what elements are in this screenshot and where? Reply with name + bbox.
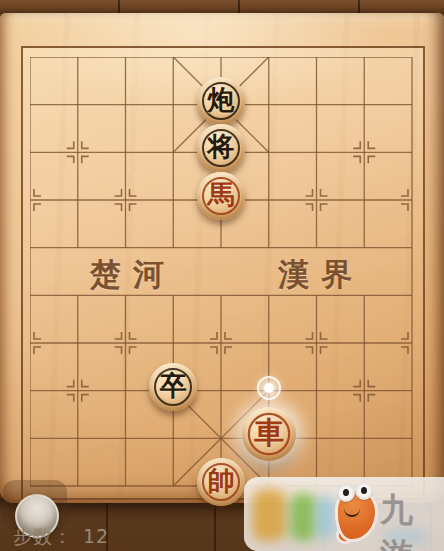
black-general[interactable]: 将 bbox=[197, 124, 245, 172]
piece-glyph: 馬 bbox=[197, 172, 245, 220]
step-counter-label: 步数： bbox=[13, 525, 73, 547]
move-indicator-dot[interactable] bbox=[264, 383, 274, 393]
red-horse[interactable]: 馬 bbox=[197, 172, 245, 220]
piece-glyph: 帥 bbox=[197, 458, 245, 506]
watermark-blur-yellow bbox=[252, 489, 286, 541]
red-chariot[interactable]: 車 bbox=[242, 407, 296, 461]
step-counter: 步数：12 bbox=[13, 524, 109, 550]
black-soldier[interactable]: 卒 bbox=[149, 363, 197, 411]
river-label-han-jie: 漢界 bbox=[255, 254, 375, 296]
jiuyou-mascot-icon bbox=[330, 482, 378, 542]
piece-glyph: 車 bbox=[242, 407, 296, 461]
piece-glyph: 炮 bbox=[197, 77, 245, 125]
table-wood-top bbox=[0, 0, 444, 14]
step-counter-value: 12 bbox=[83, 525, 109, 547]
black-cannon[interactable]: 炮 bbox=[197, 77, 245, 125]
captured-piece-tray bbox=[3, 480, 67, 530]
watermark-blur-green bbox=[290, 493, 316, 541]
jiuyou-watermark: 九游 bbox=[244, 477, 444, 551]
jiuyou-brand-text: 九游 bbox=[380, 488, 444, 551]
river-label-chu-he: 楚河 bbox=[67, 254, 187, 296]
piece-glyph: 卒 bbox=[149, 363, 197, 411]
xiangqi-board[interactable]: 楚河 漢界 炮将馬卒車帥 bbox=[0, 13, 444, 503]
red-general[interactable]: 帥 bbox=[197, 458, 245, 506]
piece-glyph: 将 bbox=[197, 124, 245, 172]
xiangqi-game-screen: 楚河 漢界 炮将馬卒車帥 步数：12 九游 bbox=[0, 0, 444, 551]
